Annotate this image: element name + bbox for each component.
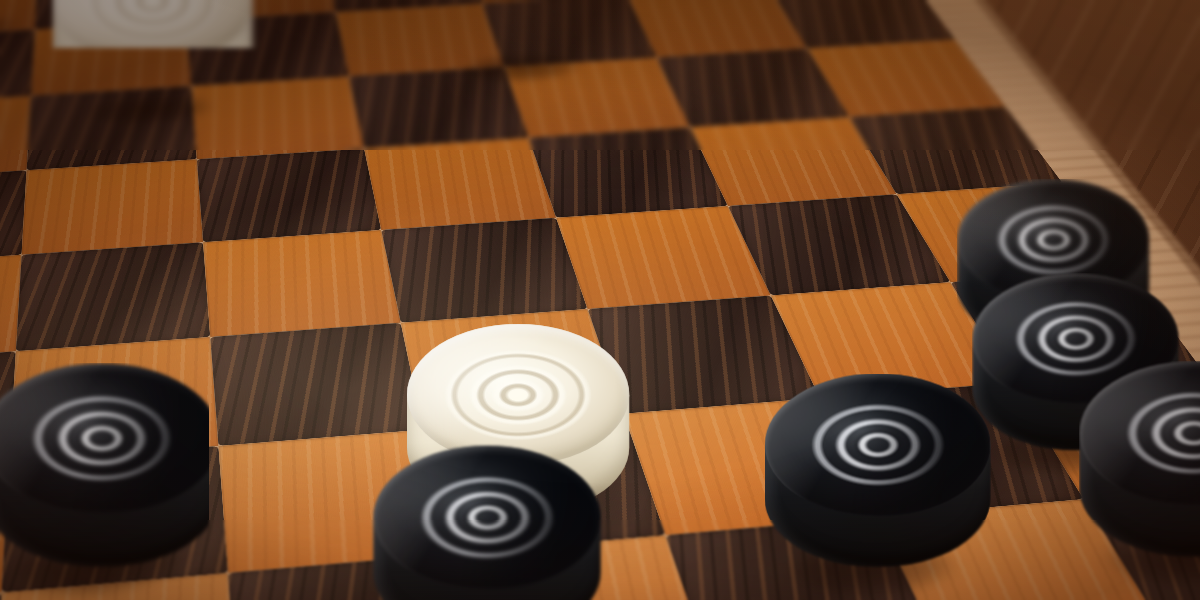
square-d6[interactable]	[191, 76, 364, 159]
square-c7[interactable]	[31, 21, 191, 96]
square-e3[interactable]	[401, 309, 624, 430]
checkers-board: ⛀⛀⛀⛀⛀⛀⛂⛂⛂⛀⛂⛂⛂⛂	[0, 0, 1200, 600]
square-c3[interactable]	[9, 337, 218, 463]
square-d2[interactable]	[218, 430, 449, 573]
square-d3[interactable]	[210, 323, 423, 446]
square-c2[interactable]	[2, 446, 228, 592]
square-d5[interactable]	[197, 148, 381, 242]
square-e2[interactable]	[423, 414, 665, 554]
square-e7[interactable]	[336, 4, 505, 77]
square-e5[interactable]	[364, 138, 556, 230]
square-c4[interactable]	[16, 242, 210, 351]
square-d7[interactable]	[186, 12, 349, 86]
square-d4[interactable]	[203, 230, 401, 337]
square-g7[interactable]	[627, 0, 807, 58]
square-c6[interactable]	[27, 86, 197, 170]
square-e4[interactable]	[381, 218, 587, 323]
square-c5[interactable]	[22, 159, 203, 255]
checkers-photo-scene: ⛀⛀⛀⛀⛀⛀⛂⛂⛂⛀⛂⛂⛂⛂	[0, 0, 1200, 600]
square-e6[interactable]	[349, 67, 529, 149]
square-b7[interactable]	[0, 29, 35, 105]
square-f7[interactable]	[482, 0, 656, 67]
